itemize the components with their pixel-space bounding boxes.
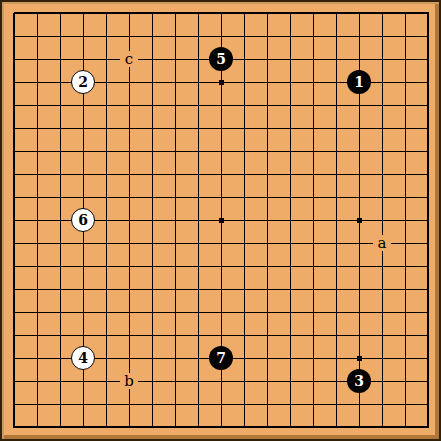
grid-line-horizontal — [14, 426, 429, 428]
grid-line-vertical — [336, 13, 337, 428]
grid-line-vertical — [427, 13, 429, 428]
black-stone-1: 1 — [347, 70, 371, 94]
star-point — [357, 356, 362, 361]
grid-line-vertical — [382, 13, 383, 428]
grid-line-horizontal — [14, 312, 429, 313]
go-diagram: abc1234567 — [0, 0, 441, 441]
grid-line-horizontal — [14, 404, 429, 405]
star-point — [357, 218, 362, 223]
grid-line-vertical — [290, 13, 291, 428]
point-label-b: b — [120, 373, 138, 389]
white-stone-2: 2 — [71, 70, 95, 94]
grid-line-horizontal — [14, 335, 429, 336]
grid-line-horizontal — [14, 289, 429, 290]
grid-line-horizontal — [14, 243, 429, 244]
black-stone-3: 3 — [347, 369, 371, 393]
white-stone-4: 4 — [71, 346, 95, 370]
black-stone-5: 5 — [209, 47, 233, 71]
white-stone-6: 6 — [71, 208, 95, 232]
star-point — [219, 218, 224, 223]
go-board: abc1234567 — [14, 13, 429, 428]
grid-line-vertical — [405, 13, 406, 428]
grid-line-vertical — [267, 13, 268, 428]
star-point — [219, 80, 224, 85]
grid-line-vertical — [244, 13, 245, 428]
grid-line-horizontal — [14, 266, 429, 267]
black-stone-7: 7 — [209, 346, 233, 370]
point-label-a: a — [373, 235, 391, 251]
point-label-c: c — [120, 51, 138, 67]
grid-line-vertical — [313, 13, 314, 428]
